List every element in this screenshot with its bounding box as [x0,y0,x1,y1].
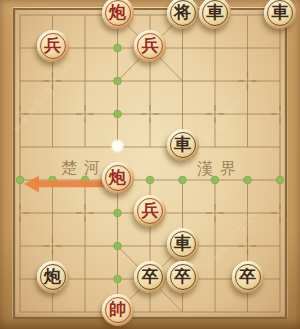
move-origin-dot [112,141,123,152]
piece-black-cannon[interactable]: 炮 [37,261,69,293]
piece-glyph: 車 [199,0,231,29]
piece-glyph: 炮 [102,162,134,194]
move-hint-dot[interactable] [114,275,122,283]
piece-glyph: 将 [167,0,199,29]
piece-red-cannon[interactable]: 炮 [102,0,134,29]
piece-black-chariot[interactable]: 車 [264,0,296,29]
piece-red-cannon[interactable]: 炮 [102,162,134,194]
piece-glyph: 炮 [37,261,69,293]
piece-glyph: 卒 [134,261,166,293]
piece-black-chariot[interactable]: 車 [167,129,199,161]
piece-black-soldier[interactable]: 卒 [167,261,199,293]
move-hint-dot[interactable] [276,176,284,184]
move-hint-dot[interactable] [114,44,122,52]
piece-red-soldier[interactable]: 兵 [134,195,166,227]
move-hint-dot[interactable] [244,176,252,184]
piece-glyph: 炮 [102,0,134,29]
piece-glyph: 帥 [102,294,134,326]
move-hint-dot[interactable] [114,110,122,118]
piece-glyph: 車 [167,228,199,260]
piece-glyph: 兵 [134,30,166,62]
piece-glyph: 車 [167,129,199,161]
move-hint-dot[interactable] [114,77,122,85]
piece-red-soldier[interactable]: 兵 [134,30,166,62]
piece-glyph: 車 [264,0,296,29]
xiangqi-board: 楚河 漢界 www.87g.com www.87g.com www.87g.co… [0,0,300,329]
piece-black-soldier[interactable]: 卒 [134,261,166,293]
piece-red-general[interactable]: 帥 [102,294,134,326]
river-label-right: 漢界 [197,159,243,180]
piece-glyph: 卒 [232,261,264,293]
move-hint-dot[interactable] [146,176,154,184]
move-hint-dot[interactable] [114,209,122,217]
piece-red-soldier[interactable]: 兵 [37,30,69,62]
piece-black-chariot[interactable]: 車 [167,228,199,260]
piece-black-chariot[interactable]: 車 [199,0,231,29]
piece-glyph: 兵 [37,30,69,62]
river-label-left: 楚河 [61,158,107,179]
move-hint-dot[interactable] [179,176,187,184]
move-hint-dot[interactable] [114,242,122,250]
piece-glyph: 兵 [134,195,166,227]
piece-black-general[interactable]: 将 [167,0,199,29]
piece-glyph: 卒 [167,261,199,293]
move-hint-dot[interactable] [16,176,24,184]
piece-black-soldier[interactable]: 卒 [232,261,264,293]
